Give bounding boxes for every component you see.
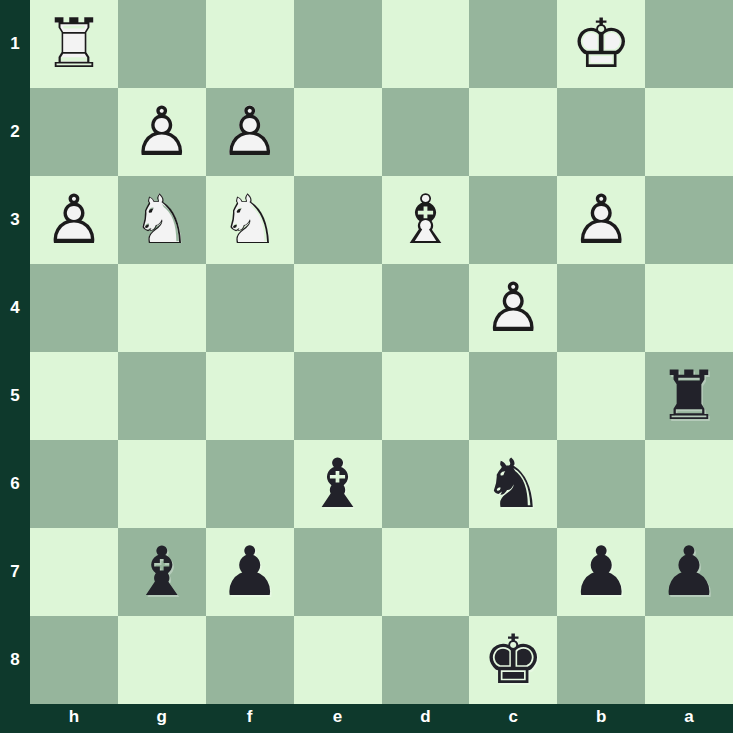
white-knight-outline-glyph: ♘ xyxy=(219,186,280,254)
white-knight-piece[interactable]: ♞♘ xyxy=(219,186,280,254)
file-label-c: c xyxy=(469,704,557,733)
square-d4[interactable] xyxy=(382,264,470,352)
file-label-e: e xyxy=(294,704,382,733)
square-c8[interactable]: ♚ xyxy=(469,616,557,704)
square-a3[interactable] xyxy=(645,176,733,264)
square-f7[interactable]: ♟ xyxy=(206,528,294,616)
square-f6[interactable] xyxy=(206,440,294,528)
square-g6[interactable] xyxy=(118,440,206,528)
rank-label-5: 5 xyxy=(0,352,30,440)
square-d5[interactable] xyxy=(382,352,470,440)
black-pawn-glyph: ♟ xyxy=(659,538,720,606)
black-rook-piece[interactable]: ♜ xyxy=(659,362,720,430)
file-label-g: g xyxy=(118,704,206,733)
white-pawn-piece[interactable]: ♟♙ xyxy=(131,98,192,166)
white-pawn-piece[interactable]: ♟♙ xyxy=(571,186,632,254)
white-king-outline-glyph: ♔ xyxy=(571,10,632,78)
square-a7[interactable]: ♟ xyxy=(645,528,733,616)
square-b4[interactable] xyxy=(557,264,645,352)
square-h6[interactable] xyxy=(30,440,118,528)
rank-label-8: 8 xyxy=(0,616,30,704)
square-d7[interactable] xyxy=(382,528,470,616)
square-f4[interactable] xyxy=(206,264,294,352)
white-rook-piece[interactable]: ♜♖ xyxy=(43,10,104,78)
white-pawn-outline-glyph: ♙ xyxy=(219,98,280,166)
black-rook-glyph: ♜ xyxy=(659,362,720,430)
square-h2[interactable] xyxy=(30,88,118,176)
square-f8[interactable] xyxy=(206,616,294,704)
square-h5[interactable] xyxy=(30,352,118,440)
white-king-piece[interactable]: ♚♔ xyxy=(571,10,632,78)
square-a4[interactable] xyxy=(645,264,733,352)
black-pawn-glyph: ♟ xyxy=(219,538,280,606)
square-c2[interactable] xyxy=(469,88,557,176)
square-a2[interactable] xyxy=(645,88,733,176)
square-g5[interactable] xyxy=(118,352,206,440)
square-a1[interactable] xyxy=(645,0,733,88)
square-b2[interactable] xyxy=(557,88,645,176)
black-pawn-piece[interactable]: ♟ xyxy=(571,538,632,606)
file-label-b: b xyxy=(557,704,645,733)
square-g7[interactable]: ♝ xyxy=(118,528,206,616)
square-g1[interactable] xyxy=(118,0,206,88)
square-a5[interactable]: ♜ xyxy=(645,352,733,440)
rank-label-6: 6 xyxy=(0,440,30,528)
square-d3[interactable]: ♝♗ xyxy=(382,176,470,264)
white-pawn-outline-glyph: ♙ xyxy=(43,186,104,254)
black-pawn-glyph: ♟ xyxy=(571,538,632,606)
white-knight-outline-glyph: ♘ xyxy=(131,186,192,254)
white-pawn-outline-glyph: ♙ xyxy=(483,274,544,342)
white-knight-piece[interactable]: ♞♘ xyxy=(131,186,192,254)
square-f3[interactable]: ♞♘ xyxy=(206,176,294,264)
square-e3[interactable] xyxy=(294,176,382,264)
square-h4[interactable] xyxy=(30,264,118,352)
white-bishop-piece[interactable]: ♝♗ xyxy=(395,186,456,254)
white-pawn-outline-glyph: ♙ xyxy=(131,98,192,166)
square-g8[interactable] xyxy=(118,616,206,704)
rank-label-4: 4 xyxy=(0,264,30,352)
square-b8[interactable] xyxy=(557,616,645,704)
square-g4[interactable] xyxy=(118,264,206,352)
square-c5[interactable] xyxy=(469,352,557,440)
square-c6[interactable]: ♞ xyxy=(469,440,557,528)
rank-label-1: 1 xyxy=(0,0,30,88)
square-e8[interactable] xyxy=(294,616,382,704)
square-h1[interactable]: ♜♖ xyxy=(30,0,118,88)
rank-label-7: 7 xyxy=(0,528,30,616)
square-h7[interactable] xyxy=(30,528,118,616)
square-e1[interactable] xyxy=(294,0,382,88)
square-h8[interactable] xyxy=(30,616,118,704)
square-d8[interactable] xyxy=(382,616,470,704)
black-knight-piece[interactable]: ♞ xyxy=(483,450,544,518)
square-e4[interactable] xyxy=(294,264,382,352)
chess-board-frame: 12345678 ♜♖♚♔♟♙♟♙♟♙♞♘♞♘♝♗♟♙♟♙♜♝♞♝♟♟♟♚ hg… xyxy=(0,0,733,733)
square-d6[interactable] xyxy=(382,440,470,528)
white-pawn-outline-glyph: ♙ xyxy=(571,186,632,254)
white-pawn-piece[interactable]: ♟♙ xyxy=(43,186,104,254)
square-e5[interactable] xyxy=(294,352,382,440)
white-pawn-piece[interactable]: ♟♙ xyxy=(483,274,544,342)
square-c7[interactable] xyxy=(469,528,557,616)
square-h3[interactable]: ♟♙ xyxy=(30,176,118,264)
square-d1[interactable] xyxy=(382,0,470,88)
square-e2[interactable] xyxy=(294,88,382,176)
square-f5[interactable] xyxy=(206,352,294,440)
square-f1[interactable] xyxy=(206,0,294,88)
chess-board[interactable]: ♜♖♚♔♟♙♟♙♟♙♞♘♞♘♝♗♟♙♟♙♜♝♞♝♟♟♟♚ xyxy=(30,0,733,704)
file-label-h: h xyxy=(30,704,118,733)
square-c3[interactable] xyxy=(469,176,557,264)
square-e6[interactable]: ♝ xyxy=(294,440,382,528)
file-label-a: a xyxy=(645,704,733,733)
square-f2[interactable]: ♟♙ xyxy=(206,88,294,176)
square-g2[interactable]: ♟♙ xyxy=(118,88,206,176)
square-a6[interactable] xyxy=(645,440,733,528)
square-c4[interactable]: ♟♙ xyxy=(469,264,557,352)
rank-labels: 12345678 xyxy=(0,0,30,704)
square-d2[interactable] xyxy=(382,88,470,176)
square-e7[interactable] xyxy=(294,528,382,616)
white-bishop-outline-glyph: ♗ xyxy=(395,186,456,254)
square-a8[interactable] xyxy=(645,616,733,704)
black-bishop-piece[interactable]: ♝ xyxy=(307,450,368,518)
black-pawn-piece[interactable]: ♟ xyxy=(219,538,280,606)
square-b6[interactable] xyxy=(557,440,645,528)
black-bishop-glyph: ♝ xyxy=(131,538,192,606)
white-rook-outline-glyph: ♖ xyxy=(43,10,104,78)
square-b3[interactable]: ♟♙ xyxy=(557,176,645,264)
square-b5[interactable] xyxy=(557,352,645,440)
square-b1[interactable]: ♚♔ xyxy=(557,0,645,88)
file-label-d: d xyxy=(382,704,470,733)
black-knight-glyph: ♞ xyxy=(483,450,544,518)
rank-label-3: 3 xyxy=(0,176,30,264)
black-king-piece[interactable]: ♚ xyxy=(483,626,544,694)
square-g3[interactable]: ♞♘ xyxy=(118,176,206,264)
rank-label-2: 2 xyxy=(0,88,30,176)
square-b7[interactable]: ♟ xyxy=(557,528,645,616)
black-pawn-piece[interactable]: ♟ xyxy=(659,538,720,606)
file-label-f: f xyxy=(206,704,294,733)
white-pawn-piece[interactable]: ♟♙ xyxy=(219,98,280,166)
black-bishop-glyph: ♝ xyxy=(307,450,368,518)
black-king-glyph: ♚ xyxy=(483,626,544,694)
square-c1[interactable] xyxy=(469,0,557,88)
black-bishop-piece[interactable]: ♝ xyxy=(131,538,192,606)
file-labels: hgfedcba xyxy=(30,704,733,733)
